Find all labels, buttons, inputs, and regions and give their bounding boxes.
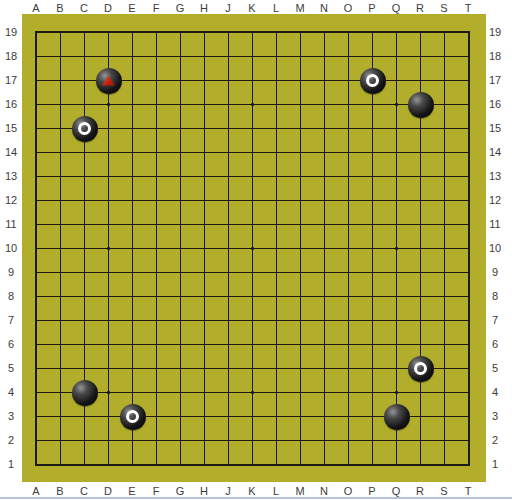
stone-c15[interactable]: [72, 116, 98, 142]
column-label: J: [216, 1, 240, 14]
row-label: 11: [0, 212, 22, 236]
column-label: O: [336, 484, 360, 497]
row-label: 1: [484, 452, 506, 476]
row-label: 18: [0, 44, 22, 68]
star-point: [107, 247, 110, 250]
star-point: [395, 247, 398, 250]
star-point: [251, 103, 254, 106]
column-label: H: [192, 1, 216, 14]
stone-d17[interactable]: [96, 68, 122, 94]
stone-q3[interactable]: [384, 404, 410, 430]
circle-marker: [414, 362, 427, 375]
go-board-diagram: ABCDEFGHJKLMNOPQRST ABCDEFGHJKLMNOPQRST …: [0, 0, 512, 500]
column-label: P: [360, 1, 384, 14]
column-label: O: [336, 1, 360, 14]
row-label: 12: [0, 188, 22, 212]
row-label: 2: [0, 428, 22, 452]
bottom-divider: [0, 497, 512, 499]
row-label: 8: [484, 284, 506, 308]
column-label: G: [168, 484, 192, 497]
row-label: 15: [484, 116, 506, 140]
column-label: B: [48, 1, 72, 14]
row-label: 14: [484, 140, 506, 164]
stone-p17[interactable]: [360, 68, 386, 94]
row-label: 7: [0, 308, 22, 332]
circle-marker: [366, 74, 379, 87]
row-label: 9: [484, 260, 506, 284]
star-point: [251, 391, 254, 394]
column-label: C: [72, 1, 96, 14]
row-label: 13: [484, 164, 506, 188]
stone-r5[interactable]: [408, 356, 434, 382]
row-label: 3: [484, 404, 506, 428]
column-label: D: [96, 484, 120, 497]
row-label: 16: [484, 92, 506, 116]
row-label: 10: [0, 236, 22, 260]
row-label: 17: [0, 68, 22, 92]
column-label: D: [96, 1, 120, 14]
row-label: 19: [484, 20, 506, 44]
row-label: 5: [0, 356, 22, 380]
column-label: S: [432, 1, 456, 14]
column-label: E: [120, 484, 144, 497]
row-label: 9: [0, 260, 22, 284]
column-label: G: [168, 1, 192, 14]
stones-overlay: [22, 14, 486, 482]
triangle-marker: [102, 76, 115, 86]
column-label: T: [456, 1, 480, 14]
column-label: R: [408, 484, 432, 497]
column-label: Q: [384, 484, 408, 497]
row-labels-right: 19181716151413121110987654321: [484, 20, 506, 476]
star-point: [395, 103, 398, 106]
column-label: N: [312, 1, 336, 14]
row-label: 13: [0, 164, 22, 188]
row-label: 4: [0, 380, 22, 404]
column-label: K: [240, 1, 264, 14]
circle-marker: [126, 410, 139, 423]
row-label: 18: [484, 44, 506, 68]
row-label: 2: [484, 428, 506, 452]
column-label: L: [264, 484, 288, 497]
row-label: 1: [0, 452, 22, 476]
row-label: 12: [484, 188, 506, 212]
row-label: 7: [484, 308, 506, 332]
stone-e3[interactable]: [120, 404, 146, 430]
column-label: S: [432, 484, 456, 497]
column-label: M: [288, 1, 312, 14]
column-label: K: [240, 484, 264, 497]
column-label: T: [456, 484, 480, 497]
stone-c4[interactable]: [72, 380, 98, 406]
column-label: P: [360, 484, 384, 497]
column-label: Q: [384, 1, 408, 14]
row-label: 10: [484, 236, 506, 260]
goban[interactable]: [22, 14, 486, 482]
row-label: 4: [484, 380, 506, 404]
row-label: 8: [0, 284, 22, 308]
column-label: R: [408, 1, 432, 14]
row-label: 14: [0, 140, 22, 164]
column-labels-bottom: ABCDEFGHJKLMNOPQRST: [24, 484, 480, 497]
column-label: J: [216, 484, 240, 497]
row-label: 17: [484, 68, 506, 92]
column-label: H: [192, 484, 216, 497]
column-label: F: [144, 484, 168, 497]
star-point: [395, 391, 398, 394]
row-label: 3: [0, 404, 22, 428]
column-label: A: [24, 484, 48, 497]
row-label: 6: [484, 332, 506, 356]
star-point: [107, 103, 110, 106]
row-label: 6: [0, 332, 22, 356]
row-label: 15: [0, 116, 22, 140]
column-label: C: [72, 484, 96, 497]
star-point: [107, 391, 110, 394]
row-label: 5: [484, 356, 506, 380]
column-label: M: [288, 484, 312, 497]
column-label: E: [120, 1, 144, 14]
row-label: 19: [0, 20, 22, 44]
column-labels-top: ABCDEFGHJKLMNOPQRST: [24, 1, 480, 14]
column-label: L: [264, 1, 288, 14]
row-label: 11: [484, 212, 506, 236]
row-labels-left: 19181716151413121110987654321: [0, 20, 22, 476]
star-point: [251, 247, 254, 250]
column-label: F: [144, 1, 168, 14]
column-label: A: [24, 1, 48, 14]
row-label: 16: [0, 92, 22, 116]
column-label: N: [312, 484, 336, 497]
column-label: B: [48, 484, 72, 497]
circle-marker: [78, 122, 91, 135]
stone-r16[interactable]: [408, 92, 434, 118]
